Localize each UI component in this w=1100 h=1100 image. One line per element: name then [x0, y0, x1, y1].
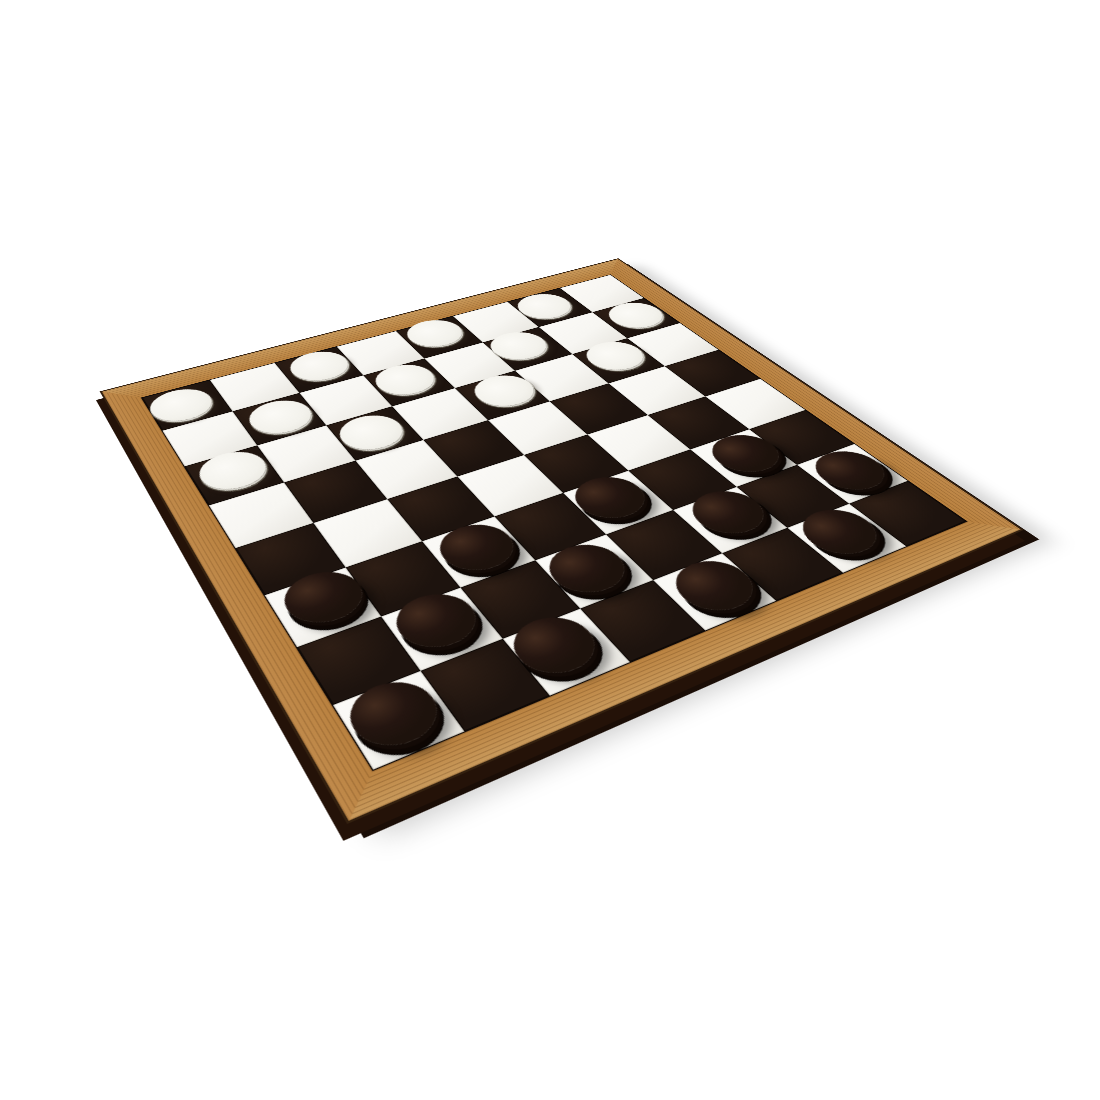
product-photo-scene	[0, 0, 1100, 1100]
checkers-board	[102, 259, 1021, 821]
